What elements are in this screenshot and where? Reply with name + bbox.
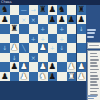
annotation-mark-g5: +: [57, 34, 67, 44]
square-h1[interactable]: ♜: [67, 72, 77, 82]
input-text-bar: [89, 45, 99, 47]
list-row[interactable]: [90, 81, 97, 83]
palette-cell-1[interactable]: ♟: [77, 15, 87, 25]
annotation-mark-d3: ×: [29, 53, 39, 63]
square-g7[interactable]: ♟: [57, 15, 67, 25]
black-pawn-b2[interactable]: ♟: [10, 62, 20, 72]
white-rook-h1[interactable]: ♜: [67, 72, 77, 82]
annotation-mark-g6: +: [57, 24, 67, 34]
square-d8[interactable]: →: [29, 5, 39, 15]
square-f4[interactable]: +: [48, 43, 58, 53]
square-a6[interactable]: [0, 24, 10, 34]
annotation-mark-c4: ╲: [19, 43, 29, 53]
list-row[interactable]: [90, 65, 98, 67]
square-h7[interactable]: ♟: [67, 15, 77, 25]
square-g4[interactable]: ↓: [57, 43, 67, 53]
square-f6[interactable]: [48, 24, 58, 34]
square-d7[interactable]: ×: [29, 15, 39, 25]
list-row[interactable]: [90, 72, 97, 74]
black-pawn-f7[interactable]: ♟: [48, 15, 58, 25]
square-g3[interactable]: [57, 53, 67, 63]
square-f1[interactable]: ♟: [48, 72, 58, 82]
square-c1[interactable]: ♟: [19, 72, 29, 82]
list-row[interactable]: [90, 69, 99, 71]
annotation-mark-d5: +: [29, 34, 39, 44]
annotation-mark-d8: →: [29, 5, 39, 15]
square-h6[interactable]: [67, 24, 77, 34]
chess-app-window: Chess ♞—→♜♟♞♟××♟♟♟♜+++++↓♟╲♟+↓↓×♟♟♟♟♟♟♟♞…: [0, 0, 100, 100]
square-b2[interactable]: ♟: [10, 62, 20, 72]
palette-cell-7[interactable]: ♟: [77, 72, 87, 82]
square-e8[interactable]: ♜: [38, 5, 48, 15]
square-e4[interactable]: ♟: [38, 43, 48, 53]
square-g2[interactable]: [57, 62, 67, 72]
white-pawn-c1[interactable]: ♟: [19, 72, 29, 82]
piece-palette: ♜♟↓♟♟: [77, 5, 87, 81]
square-b1[interactable]: [10, 72, 20, 82]
square-f7[interactable]: ♟: [48, 15, 58, 25]
square-b4[interactable]: ♟: [10, 43, 20, 53]
square-d6[interactable]: [29, 24, 39, 34]
black-pawn-a7[interactable]: ♟: [0, 15, 10, 25]
square-b6[interactable]: ♜: [10, 24, 20, 34]
square-e6[interactable]: +: [38, 24, 48, 34]
chess-board: ♞—→♜♟♞♟××♟♟♟♜+++++↓♟╲♟+↓↓×♟♟♟♟♟♟♟♞♟♜: [0, 5, 76, 81]
footer-line: [87, 95, 97, 97]
info-line: [87, 36, 94, 38]
square-a1[interactable]: ♟: [0, 72, 10, 82]
square-h4[interactable]: [67, 43, 77, 53]
black-pawn-h7[interactable]: ♟: [67, 15, 77, 25]
annotation-mark-g4: ↓: [57, 43, 67, 53]
square-d1[interactable]: [29, 72, 39, 82]
square-h5[interactable]: [67, 34, 77, 44]
list-row[interactable]: [90, 53, 97, 55]
square-d4[interactable]: [29, 43, 39, 53]
list-row[interactable]: [90, 78, 99, 80]
list-row[interactable]: [90, 75, 98, 77]
annotation-mark-a4: ↓: [0, 43, 10, 53]
palette-cell-4[interactable]: [77, 43, 87, 53]
black-pawn-f1[interactable]: ♟: [48, 72, 58, 82]
square-g6[interactable]: +: [57, 24, 67, 34]
annotation-mark-f4: +: [48, 43, 58, 53]
palette-black-pawn[interactable]: ♟: [77, 15, 87, 25]
square-c6[interactable]: [19, 24, 29, 34]
list-row[interactable]: [90, 91, 97, 93]
square-b8[interactable]: [10, 5, 20, 15]
square-g5[interactable]: +: [57, 34, 67, 44]
palette-white-pawn[interactable]: ♟: [77, 72, 87, 82]
square-a4[interactable]: ↓: [0, 43, 10, 53]
right-panel: [86, 5, 100, 100]
palette-arrow-icon: ↓: [77, 24, 87, 34]
square-d3[interactable]: ×: [29, 53, 39, 63]
annotation-mark-c8: —: [19, 5, 29, 15]
list-row[interactable]: [90, 84, 98, 86]
list-row[interactable]: [90, 56, 98, 58]
square-d5[interactable]: +: [29, 34, 39, 44]
square-a3[interactable]: [0, 53, 10, 63]
move-list-panel[interactable]: [87, 50, 100, 100]
info-text-lines: [86, 27, 100, 38]
black-rook-e8[interactable]: ♜: [38, 5, 48, 15]
info-line: [87, 29, 96, 31]
list-row[interactable]: [90, 59, 99, 61]
black-pawn-g7[interactable]: ♟: [57, 15, 67, 25]
palette-cell-3[interactable]: [77, 34, 87, 44]
square-c7[interactable]: ×: [19, 15, 29, 25]
black-rook-b6[interactable]: ♜: [10, 24, 20, 34]
square-a7[interactable]: ♟: [0, 15, 10, 25]
list-row[interactable]: [90, 62, 97, 64]
square-g1[interactable]: [57, 72, 67, 82]
list-row[interactable]: [90, 88, 99, 90]
square-c8[interactable]: —: [19, 5, 29, 15]
square-c4[interactable]: ╲: [19, 43, 29, 53]
square-f5[interactable]: [48, 34, 58, 44]
square-c5[interactable]: [19, 34, 29, 44]
square-a5[interactable]: [0, 34, 10, 44]
info-line: [87, 32, 95, 34]
window-bottom-area: [0, 81, 86, 100]
square-e1[interactable]: ♞: [38, 72, 48, 82]
annotation-mark-d7: ×: [29, 15, 39, 25]
white-pawn-b4[interactable]: ♟: [10, 43, 20, 53]
black-pawn-a1[interactable]: ♟: [0, 72, 10, 82]
palette-cell-2[interactable]: ↓: [77, 24, 87, 34]
square-e7[interactable]: [38, 15, 48, 25]
text-input-box[interactable]: [87, 42, 100, 49]
annotation-mark-e6: +: [38, 24, 48, 34]
white-knight-e1[interactable]: ♞: [38, 72, 48, 82]
square-d2[interactable]: [29, 62, 39, 72]
annotation-mark-c7: ×: [19, 15, 29, 25]
white-pawn-e4[interactable]: ♟: [38, 43, 48, 53]
